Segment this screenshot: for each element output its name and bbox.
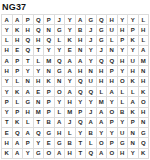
grid-cell[interactable]: A [65, 66, 75, 75]
grid-cell[interactable]: P [13, 56, 23, 65]
grid-cell[interactable]: B [76, 25, 86, 34]
grid-cell[interactable]: L [2, 36, 12, 45]
grid-cell[interactable]: L [13, 97, 23, 106]
grid-cell[interactable]: N [128, 138, 138, 147]
grid-cell[interactable]: H [2, 66, 12, 75]
grid-cell[interactable]: T [34, 118, 44, 127]
grid-cell[interactable]: M [97, 97, 107, 106]
grid-cell[interactable]: Q [34, 128, 44, 137]
grid-cell[interactable]: P [23, 15, 33, 24]
grid-cell[interactable]: Q [34, 15, 44, 24]
grid-cell[interactable]: Y [86, 46, 96, 55]
grid-cell[interactable]: G [97, 36, 107, 45]
grid-cell[interactable]: B [65, 138, 75, 147]
grid-cell[interactable]: K [128, 36, 138, 45]
grid-cell[interactable]: Y [118, 118, 128, 127]
grid-cell[interactable]: H [13, 36, 23, 45]
grid-cell[interactable]: Y [97, 128, 107, 137]
grid-cell[interactable]: H [118, 25, 128, 34]
grid-cell[interactable]: G [34, 149, 44, 158]
grid-cell[interactable]: N [139, 66, 149, 75]
grid-cell[interactable]: L [128, 87, 138, 96]
grid-cell[interactable]: A [55, 149, 65, 158]
grid-cell[interactable]: N [23, 77, 33, 86]
grid-cell[interactable]: Q [76, 77, 86, 86]
grid-cell[interactable]: Q [86, 87, 96, 96]
grid-cell[interactable]: Y [44, 46, 54, 55]
grid-cell[interactable]: A [2, 56, 12, 65]
grid-cell[interactable]: H [139, 25, 149, 34]
grid-cell[interactable]: P [107, 66, 117, 75]
grid-cell[interactable]: H [34, 77, 44, 86]
grid-cell[interactable]: K [139, 149, 149, 158]
grid-cell[interactable]: Y [55, 46, 65, 55]
grid-cell[interactable]: J [97, 46, 107, 55]
grid-cell[interactable]: L [23, 118, 33, 127]
grid-cell[interactable]: Y [107, 97, 117, 106]
grid-cell[interactable]: Q [76, 87, 86, 96]
grid-cell[interactable]: H [23, 108, 33, 117]
grid-cell[interactable]: G [139, 128, 149, 137]
grid-cell[interactable]: L [65, 128, 75, 137]
grid-cell[interactable]: K [44, 77, 54, 86]
grid-cell[interactable]: Q [86, 149, 96, 158]
grid-cell[interactable]: O [44, 149, 54, 158]
grid-cell[interactable]: K [139, 87, 149, 96]
grid-cell[interactable]: Y [2, 77, 12, 86]
grid-cell[interactable]: K [13, 118, 23, 127]
grid-cell[interactable]: P [44, 87, 54, 96]
grid-cell[interactable]: A [65, 87, 75, 96]
grid-cell[interactable]: Y [65, 15, 75, 24]
grid-cell[interactable]: P [107, 118, 117, 127]
grid-cell[interactable]: L [13, 77, 23, 86]
grid-cell[interactable]: L [118, 87, 128, 96]
grid-cell[interactable]: A [107, 87, 117, 96]
grid-cell[interactable]: G [23, 97, 33, 106]
grid-cell[interactable]: Y [65, 77, 75, 86]
grid-cell[interactable]: A [13, 138, 23, 147]
grid-cell[interactable]: P [128, 25, 138, 34]
grid-cell[interactable]: Y [65, 25, 75, 34]
grid-cell[interactable]: T [76, 138, 86, 147]
grid-cell[interactable]: A [23, 87, 33, 96]
grid-cell[interactable]: O [97, 138, 107, 147]
grid-cell[interactable]: K [13, 87, 23, 96]
grid-cell[interactable]: U [86, 77, 96, 86]
grid-cell[interactable]: H [128, 66, 138, 75]
grid-cell[interactable]: P [107, 138, 117, 147]
grid-cell[interactable]: P [13, 108, 23, 117]
grid-cell[interactable]: Y [2, 25, 12, 34]
grid-cell[interactable]: J [86, 25, 96, 34]
grid-cell[interactable]: Q [76, 118, 86, 127]
grid-cell[interactable]: E [65, 46, 75, 55]
grid-cell[interactable]: A [139, 46, 149, 55]
grid-cell[interactable]: H [107, 77, 117, 86]
grid-cell[interactable]: Q [97, 15, 107, 24]
grid-cell[interactable]: L [55, 108, 65, 117]
grid-cell[interactable]: L [139, 15, 149, 24]
grid-cell[interactable]: Y [128, 15, 138, 24]
grid-cell[interactable]: H [107, 15, 117, 24]
grid-cell[interactable]: A [65, 56, 75, 65]
grid-cell[interactable]: P [2, 97, 12, 106]
grid-cell[interactable]: L [97, 87, 107, 96]
grid-cell[interactable]: Q [44, 36, 54, 45]
grid-cell[interactable]: A [76, 15, 86, 24]
grid-cell[interactable]: Y [76, 97, 86, 106]
grid-cell[interactable]: A [23, 128, 33, 137]
grid-cell[interactable]: B [118, 108, 128, 117]
grid-cell[interactable]: O [118, 77, 128, 86]
grid-cell[interactable]: O [107, 149, 117, 158]
grid-cell[interactable]: Y [34, 138, 44, 147]
grid-cell[interactable]: P [13, 66, 23, 75]
grid-cell[interactable]: H [34, 36, 44, 45]
grid-cell[interactable]: U [107, 25, 117, 34]
grid-cell[interactable]: L [107, 36, 117, 45]
grid-cell[interactable]: E [34, 87, 44, 96]
grid-cell[interactable]: Q [139, 138, 149, 147]
grid-cell[interactable]: A [86, 118, 96, 127]
grid-cell[interactable]: A [2, 15, 12, 24]
grid-cell[interactable]: U [128, 56, 138, 65]
grid-cell[interactable]: Q [107, 56, 117, 65]
grid-cell[interactable]: Y [118, 46, 128, 55]
grid-cell[interactable]: L [139, 36, 149, 45]
grid-cell[interactable]: Y [34, 66, 44, 75]
grid-cell[interactable]: L [86, 138, 96, 147]
page-title: NG37 [0, 0, 150, 13]
grid-cell[interactable]: A [128, 97, 138, 106]
grid-cell[interactable]: G [97, 25, 107, 34]
grid-cell[interactable]: K [2, 149, 12, 158]
grid-cell[interactable]: G [55, 66, 65, 75]
grid-cell[interactable]: Q [55, 56, 65, 65]
grid-cell[interactable]: O [139, 97, 149, 106]
grid-cell[interactable]: M [34, 108, 44, 117]
grid-cell[interactable]: N [55, 77, 65, 86]
grid-cell[interactable]: M [65, 108, 75, 117]
grid-cell[interactable]: E [44, 138, 54, 147]
grid-cell[interactable]: A [13, 149, 23, 158]
grid-cell[interactable]: Y [128, 149, 138, 158]
grid-cell[interactable]: T [23, 56, 33, 65]
grid-cell[interactable]: M [139, 56, 149, 65]
grid-cell[interactable]: P [44, 15, 54, 24]
grid-cell[interactable]: Q [13, 128, 23, 137]
grid-cell[interactable]: A [97, 108, 107, 117]
grid-cell[interactable]: Y [23, 66, 33, 75]
grid-cell[interactable]: B [44, 118, 54, 127]
grid-cell[interactable]: N [44, 25, 54, 34]
grid-cell[interactable]: A [76, 56, 86, 65]
grid-cell[interactable]: N [107, 46, 117, 55]
grid-cell[interactable]: H [65, 97, 75, 106]
grid-cell[interactable]: A [97, 149, 107, 158]
grid-cell[interactable]: N [44, 66, 54, 75]
grid-cell[interactable]: G [86, 15, 96, 24]
grid-cell[interactable]: L [118, 97, 128, 106]
grid-cell[interactable]: G [55, 138, 65, 147]
grid-cell[interactable]: H [23, 25, 33, 34]
grid-cell[interactable]: Y [86, 56, 96, 65]
grid-cell[interactable]: O [55, 87, 65, 96]
grid-cell[interactable]: U [118, 128, 128, 137]
grid-cell[interactable]: T [76, 149, 86, 158]
grid-cell[interactable]: A [55, 118, 65, 127]
grid-cell[interactable]: E [13, 46, 23, 55]
grid-cell[interactable]: H [139, 77, 149, 86]
grid-cell[interactable]: Y [2, 87, 12, 96]
grid-cell[interactable]: H [118, 149, 128, 158]
grid-cell[interactable]: G [44, 128, 54, 137]
grid-cell[interactable]: H [118, 56, 128, 65]
grid-cell[interactable]: Q [23, 46, 33, 55]
grid-cell[interactable]: Y [118, 66, 128, 75]
grid-cell[interactable]: Y [118, 15, 128, 24]
grid-cell[interactable]: N [128, 128, 138, 137]
grid-cell[interactable]: N [34, 97, 44, 106]
grid-cell[interactable]: H [76, 36, 86, 45]
grid-cell[interactable]: T [2, 118, 12, 127]
grid-cell[interactable]: Q [34, 25, 44, 34]
grid-cell[interactable]: H [97, 66, 107, 75]
grid-cell[interactable]: Y [86, 97, 96, 106]
grid-cell[interactable]: A [13, 15, 23, 24]
word-search-grid: AAPQPJYAGQHYYLYKHQNGYBJGUHPHLHQHQLKHJGLP… [1, 14, 149, 159]
grid-cell[interactable]: H [2, 46, 12, 55]
grid-cell[interactable]: T [34, 46, 44, 55]
grid-cell[interactable]: Y [128, 46, 138, 55]
grid-cell[interactable]: Y [2, 108, 12, 117]
grid-cell[interactable]: K [13, 25, 23, 34]
grid-cell[interactable]: K [128, 77, 138, 86]
grid-cell[interactable]: J [65, 118, 75, 127]
grid-cell[interactable]: Y [107, 128, 117, 137]
grid-cell[interactable]: H [76, 66, 86, 75]
grid-cell[interactable]: H [2, 138, 12, 147]
grid-cell[interactable]: K [65, 36, 75, 45]
grid-cell[interactable]: N [139, 118, 149, 127]
grid-cell[interactable]: Y [23, 149, 33, 158]
grid-cell[interactable]: K [128, 108, 138, 117]
grid-cell[interactable]: O [107, 108, 117, 117]
grid-cell[interactable]: J [86, 36, 96, 45]
grid-cell[interactable]: P [23, 138, 33, 147]
grid-cell[interactable]: J [55, 15, 65, 24]
grid-cell[interactable]: P [76, 108, 86, 117]
grid-cell[interactable]: Q [23, 36, 33, 45]
grid-cell[interactable]: Y [55, 97, 65, 106]
grid-cell[interactable]: L [55, 36, 65, 45]
grid-cell[interactable]: H [97, 77, 107, 86]
grid-cell[interactable]: H [65, 149, 75, 158]
grid-cell[interactable]: J [86, 108, 96, 117]
grid-cell[interactable]: L [34, 56, 44, 65]
grid-cell[interactable]: M [44, 56, 54, 65]
grid-cell[interactable]: P [44, 108, 54, 117]
grid-cell[interactable]: Q [97, 56, 107, 65]
grid-cell[interactable]: P [44, 97, 54, 106]
grid-cell[interactable]: H [55, 128, 65, 137]
grid-cell[interactable]: H [139, 108, 149, 117]
grid-cell[interactable]: N [76, 46, 86, 55]
grid-cell[interactable]: P [128, 118, 138, 127]
grid-cell[interactable]: P [118, 36, 128, 45]
grid-cell[interactable]: A [97, 118, 107, 127]
grid-cell[interactable]: G [55, 25, 65, 34]
grid-cell[interactable]: G [118, 138, 128, 147]
grid-cell[interactable]: E [2, 128, 12, 137]
grid-cell[interactable]: Y [76, 128, 86, 137]
grid-cell[interactable]: B [86, 128, 96, 137]
grid-cell[interactable]: N [86, 66, 96, 75]
